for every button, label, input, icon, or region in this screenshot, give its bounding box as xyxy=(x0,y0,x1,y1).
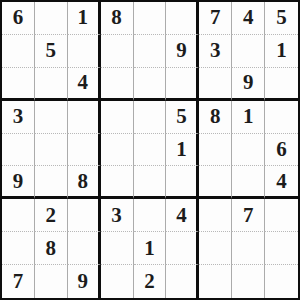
cell-r1c1-given-6: 6 xyxy=(2,2,35,35)
cell-r5c5-empty[interactable] xyxy=(134,134,167,167)
cell-r5c1-empty[interactable] xyxy=(2,134,35,167)
cell-r3c8-given-9: 9 xyxy=(232,68,265,101)
cell-r2c1-empty[interactable] xyxy=(2,35,35,68)
cell-r1c7-given-7: 7 xyxy=(199,2,232,35)
cell-r2c7-given-3: 3 xyxy=(199,35,232,68)
cell-r2c9-given-1: 1 xyxy=(265,35,298,68)
cell-r1c4-given-8: 8 xyxy=(101,2,134,35)
cell-r5c6-given-1: 1 xyxy=(166,134,199,167)
cell-r1c8-given-4: 4 xyxy=(232,2,265,35)
cell-r7c4-given-3: 3 xyxy=(101,199,134,232)
cell-r5c3-empty[interactable] xyxy=(68,134,101,167)
cell-r2c6-given-9: 9 xyxy=(166,35,199,68)
cell-r4c5-empty[interactable] xyxy=(134,101,167,134)
cell-r7c5-empty[interactable] xyxy=(134,199,167,232)
cell-r6c5-empty[interactable] xyxy=(134,166,167,199)
cell-r5c2-empty[interactable] xyxy=(35,134,68,167)
cell-r6c1-given-9: 9 xyxy=(2,166,35,199)
cell-r2c3-empty[interactable] xyxy=(68,35,101,68)
cell-r3c3-given-4: 4 xyxy=(68,68,101,101)
cell-r3c2-empty[interactable] xyxy=(35,68,68,101)
cell-r6c4-empty[interactable] xyxy=(101,166,134,199)
cell-r9c7-empty[interactable] xyxy=(199,265,232,298)
cell-r9c2-empty[interactable] xyxy=(35,265,68,298)
cell-r3c1-empty[interactable] xyxy=(2,68,35,101)
cell-r3c5-empty[interactable] xyxy=(134,68,167,101)
cell-r7c7-empty[interactable] xyxy=(199,199,232,232)
cell-r1c5-empty[interactable] xyxy=(134,2,167,35)
sudoku-board: 618745593149358116984234781792 xyxy=(0,0,300,300)
cell-r6c6-empty[interactable] xyxy=(166,166,199,199)
cell-r8c7-empty[interactable] xyxy=(199,232,232,265)
cell-r8c1-empty[interactable] xyxy=(2,232,35,265)
cell-r8c4-empty[interactable] xyxy=(101,232,134,265)
cell-r9c6-empty[interactable] xyxy=(166,265,199,298)
cell-r4c9-empty[interactable] xyxy=(265,101,298,134)
cell-r3c6-empty[interactable] xyxy=(166,68,199,101)
cell-r7c9-empty[interactable] xyxy=(265,199,298,232)
cell-r6c8-empty[interactable] xyxy=(232,166,265,199)
cell-r9c1-given-7: 7 xyxy=(2,265,35,298)
cell-r5c8-empty[interactable] xyxy=(232,134,265,167)
cell-r9c4-empty[interactable] xyxy=(101,265,134,298)
cell-r4c3-empty[interactable] xyxy=(68,101,101,134)
cell-r6c2-empty[interactable] xyxy=(35,166,68,199)
cell-r8c8-empty[interactable] xyxy=(232,232,265,265)
cell-r8c6-empty[interactable] xyxy=(166,232,199,265)
cell-r7c1-empty[interactable] xyxy=(2,199,35,232)
cell-r7c6-given-4: 4 xyxy=(166,199,199,232)
cell-r2c4-empty[interactable] xyxy=(101,35,134,68)
cell-r4c2-empty[interactable] xyxy=(35,101,68,134)
cell-r7c2-given-2: 2 xyxy=(35,199,68,232)
cell-r4c6-given-5: 5 xyxy=(166,101,199,134)
cell-r2c8-empty[interactable] xyxy=(232,35,265,68)
cell-r1c6-empty[interactable] xyxy=(166,2,199,35)
cell-r3c7-empty[interactable] xyxy=(199,68,232,101)
cell-r1c2-empty[interactable] xyxy=(35,2,68,35)
cell-r9c5-given-2: 2 xyxy=(134,265,167,298)
cell-r4c8-given-1: 1 xyxy=(232,101,265,134)
cell-r7c3-empty[interactable] xyxy=(68,199,101,232)
cell-r8c9-empty[interactable] xyxy=(265,232,298,265)
cell-r4c7-given-8: 8 xyxy=(199,101,232,134)
cell-r6c7-empty[interactable] xyxy=(199,166,232,199)
cell-r5c4-empty[interactable] xyxy=(101,134,134,167)
cell-r1c3-given-1: 1 xyxy=(68,2,101,35)
cell-r5c9-given-6: 6 xyxy=(265,134,298,167)
cell-r9c9-empty[interactable] xyxy=(265,265,298,298)
cell-r4c4-empty[interactable] xyxy=(101,101,134,134)
cell-r8c5-given-1: 1 xyxy=(134,232,167,265)
cell-r9c3-given-9: 9 xyxy=(68,265,101,298)
cell-r6c9-given-4: 4 xyxy=(265,166,298,199)
cell-r3c9-empty[interactable] xyxy=(265,68,298,101)
cell-r2c2-given-5: 5 xyxy=(35,35,68,68)
cell-r4c1-given-3: 3 xyxy=(2,101,35,134)
cell-r8c3-empty[interactable] xyxy=(68,232,101,265)
cell-r2c5-empty[interactable] xyxy=(134,35,167,68)
cell-r6c3-given-8: 8 xyxy=(68,166,101,199)
cell-r9c8-empty[interactable] xyxy=(232,265,265,298)
cell-r3c4-empty[interactable] xyxy=(101,68,134,101)
cell-r7c8-given-7: 7 xyxy=(232,199,265,232)
cell-r5c7-empty[interactable] xyxy=(199,134,232,167)
cell-r1c9-given-5: 5 xyxy=(265,2,298,35)
cell-r8c2-given-8: 8 xyxy=(35,232,68,265)
